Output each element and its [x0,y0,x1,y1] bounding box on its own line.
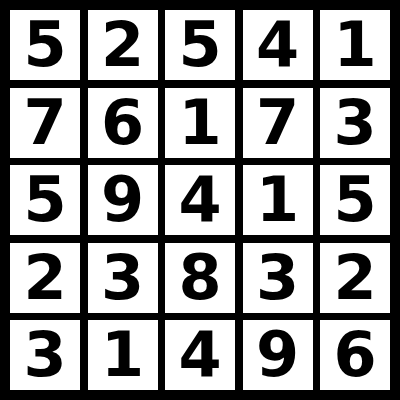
grid-cell-r5c2[interactable]: 1 [88,320,158,390]
grid-cell-r3c2[interactable]: 9 [88,165,158,235]
grid-cell-r2c1[interactable]: 7 [10,88,80,158]
grid-cell-r3c4[interactable]: 1 [243,165,313,235]
grid-cell-r3c1[interactable]: 5 [10,165,80,235]
grid-cell-r4c1[interactable]: 2 [10,243,80,313]
grid-cell-r2c3[interactable]: 1 [165,88,235,158]
grid-cell-r4c3[interactable]: 8 [165,243,235,313]
grid-cell-r5c4[interactable]: 9 [243,320,313,390]
grid-cell-r2c2[interactable]: 6 [88,88,158,158]
grid-cell-r1c1[interactable]: 5 [10,10,80,80]
grid-cell-r3c5[interactable]: 5 [320,165,390,235]
grid-cell-r1c5[interactable]: 1 [320,10,390,80]
grid-cell-r2c4[interactable]: 7 [243,88,313,158]
grid-cell-r5c1[interactable]: 3 [10,320,80,390]
number-grid-board: 5254176173594152383231496 [0,0,400,400]
grid-cell-r5c5[interactable]: 6 [320,320,390,390]
grid-cell-r1c4[interactable]: 4 [243,10,313,80]
grid-cell-r4c5[interactable]: 2 [320,243,390,313]
grid-cell-r1c2[interactable]: 2 [88,10,158,80]
grid-cell-r4c4[interactable]: 3 [243,243,313,313]
grid-cell-r1c3[interactable]: 5 [165,10,235,80]
grid-cell-r2c5[interactable]: 3 [320,88,390,158]
grid-cell-r5c3[interactable]: 4 [165,320,235,390]
grid-cell-r4c2[interactable]: 3 [88,243,158,313]
grid-cell-r3c3[interactable]: 4 [165,165,235,235]
